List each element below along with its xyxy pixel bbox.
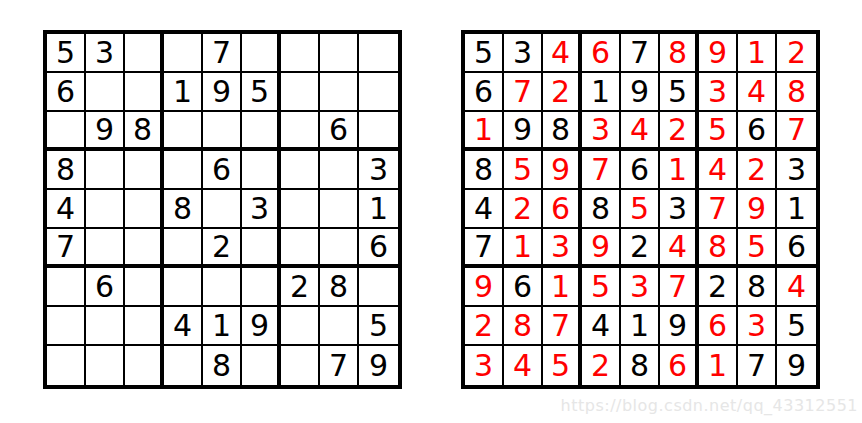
- cell-r8c7: [281, 307, 320, 346]
- cell-r5c6: 3: [242, 190, 281, 229]
- cell-r4c7: 4: [699, 151, 738, 190]
- cell-r3c1: [47, 112, 86, 151]
- cell-r5c7: 7: [699, 190, 738, 229]
- cell-r7c8: 8: [320, 268, 359, 307]
- cell-r8c1: [47, 307, 86, 346]
- cell-r8c4: 4: [582, 307, 621, 346]
- cell-r1c7: [281, 34, 320, 73]
- cell-r1c9: 2: [777, 34, 816, 73]
- cell-r7c5: 3: [621, 268, 660, 307]
- cell-r4c2: 5: [504, 151, 543, 190]
- cell-r4c6: 1: [660, 151, 699, 190]
- cell-r2c7: 3: [699, 73, 738, 112]
- cell-r5c1: 4: [465, 190, 504, 229]
- cell-r3c2: 9: [504, 112, 543, 151]
- cell-r2c6: 5: [660, 73, 699, 112]
- cell-r6c9: 6: [359, 229, 398, 268]
- cell-r6c4: [164, 229, 203, 268]
- cell-r5c8: [320, 190, 359, 229]
- cell-r2c3: 2: [543, 73, 582, 112]
- cell-r1c6: [242, 34, 281, 73]
- cell-r8c6: 9: [660, 307, 699, 346]
- cell-r6c8: [320, 229, 359, 268]
- cell-r5c7: [281, 190, 320, 229]
- cell-r8c9: 5: [359, 307, 398, 346]
- cell-r1c3: [125, 34, 164, 73]
- cell-r4c5: 6: [203, 151, 242, 190]
- cell-r8c5: 1: [621, 307, 660, 346]
- cell-r3c2: 9: [86, 112, 125, 151]
- cell-r5c9: 1: [777, 190, 816, 229]
- cell-r4c4: 7: [582, 151, 621, 190]
- cell-r3c3: 8: [125, 112, 164, 151]
- cell-r4c8: 2: [738, 151, 777, 190]
- cell-r4c3: 9: [543, 151, 582, 190]
- cell-r5c1: 4: [47, 190, 86, 229]
- cell-r8c3: [125, 307, 164, 346]
- cell-r9c4: [164, 346, 203, 385]
- cell-r8c9: 5: [777, 307, 816, 346]
- cell-r4c7: [281, 151, 320, 190]
- cell-r7c8: 8: [738, 268, 777, 307]
- cell-r6c2: [86, 229, 125, 268]
- cell-r1c4: 6: [582, 34, 621, 73]
- cell-r9c3: 5: [543, 346, 582, 385]
- cell-r7c7: 2: [699, 268, 738, 307]
- cell-r3c1: 1: [465, 112, 504, 151]
- cell-r1c4: [164, 34, 203, 73]
- cell-r2c5: 9: [203, 73, 242, 112]
- cell-r4c3: [125, 151, 164, 190]
- cell-r2c4: 1: [582, 73, 621, 112]
- cell-r8c2: 8: [504, 307, 543, 346]
- cell-r6c1: 7: [47, 229, 86, 268]
- cell-r8c4: 4: [164, 307, 203, 346]
- cell-r3c4: [164, 112, 203, 151]
- cell-r2c2: 7: [504, 73, 543, 112]
- puzzle-grid: 537619598686348317266284195879: [43, 30, 402, 389]
- cell-r9c3: [125, 346, 164, 385]
- cell-r6c5: 2: [621, 229, 660, 268]
- cell-r6c6: 4: [660, 229, 699, 268]
- cell-r2c2: [86, 73, 125, 112]
- cell-r2c8: 4: [738, 73, 777, 112]
- cell-r4c5: 6: [621, 151, 660, 190]
- cell-r1c2: 3: [504, 34, 543, 73]
- cell-r7c4: 5: [582, 268, 621, 307]
- cell-r7c6: [242, 268, 281, 307]
- cell-r3c8: 6: [738, 112, 777, 151]
- cell-r2c1: 6: [47, 73, 86, 112]
- cell-r4c1: 8: [47, 151, 86, 190]
- cell-r8c8: [320, 307, 359, 346]
- cell-r6c7: [281, 229, 320, 268]
- cell-r5c2: [86, 190, 125, 229]
- cell-r3c4: 3: [582, 112, 621, 151]
- cell-r3c9: 7: [777, 112, 816, 151]
- cell-r7c2: 6: [86, 268, 125, 307]
- cell-r9c4: 2: [582, 346, 621, 385]
- cell-r4c9: 3: [777, 151, 816, 190]
- cell-r8c6: 9: [242, 307, 281, 346]
- cell-r4c4: [164, 151, 203, 190]
- cell-r5c4: 8: [582, 190, 621, 229]
- cell-r7c2: 6: [504, 268, 543, 307]
- cell-r5c3: [125, 190, 164, 229]
- cell-r7c1: 9: [465, 268, 504, 307]
- cell-r2c3: [125, 73, 164, 112]
- cell-r6c9: 6: [777, 229, 816, 268]
- cell-r6c5: 2: [203, 229, 242, 268]
- cell-r2c5: 9: [621, 73, 660, 112]
- cell-r1c8: 1: [738, 34, 777, 73]
- cell-r7c1: [47, 268, 86, 307]
- cell-r9c8: 7: [320, 346, 359, 385]
- cell-r9c7: 1: [699, 346, 738, 385]
- cell-r1c2: 3: [86, 34, 125, 73]
- cell-r1c5: 7: [621, 34, 660, 73]
- cell-r7c9: [359, 268, 398, 307]
- cell-r1c1: 5: [465, 34, 504, 73]
- cell-r6c7: 8: [699, 229, 738, 268]
- cell-r8c1: 2: [465, 307, 504, 346]
- cell-r7c6: 7: [660, 268, 699, 307]
- cell-r4c2: [86, 151, 125, 190]
- cell-r7c3: [125, 268, 164, 307]
- cell-r9c8: 7: [738, 346, 777, 385]
- cell-r8c7: 6: [699, 307, 738, 346]
- cell-r2c6: 5: [242, 73, 281, 112]
- cell-r8c8: 3: [738, 307, 777, 346]
- cell-r4c6: [242, 151, 281, 190]
- cell-r6c3: [125, 229, 164, 268]
- cell-r9c1: [47, 346, 86, 385]
- cell-r1c3: 4: [543, 34, 582, 73]
- cell-r5c4: 8: [164, 190, 203, 229]
- cell-r9c7: [281, 346, 320, 385]
- cell-r8c3: 7: [543, 307, 582, 346]
- cell-r6c1: 7: [465, 229, 504, 268]
- cell-r2c8: [320, 73, 359, 112]
- cell-r1c1: 5: [47, 34, 86, 73]
- cell-r2c7: [281, 73, 320, 112]
- cell-r9c2: [86, 346, 125, 385]
- cell-r7c5: [203, 268, 242, 307]
- cell-r5c5: 5: [621, 190, 660, 229]
- cell-r9c6: 6: [660, 346, 699, 385]
- cell-r1c5: 7: [203, 34, 242, 73]
- cell-r1c6: 8: [660, 34, 699, 73]
- cell-r4c9: 3: [359, 151, 398, 190]
- cell-r3c9: [359, 112, 398, 151]
- cell-r3c5: [203, 112, 242, 151]
- cell-r6c4: 9: [582, 229, 621, 268]
- cell-r6c2: 1: [504, 229, 543, 268]
- cell-r8c5: 1: [203, 307, 242, 346]
- cell-r3c7: [281, 112, 320, 151]
- cell-r5c3: 6: [543, 190, 582, 229]
- cell-r9c9: 9: [777, 346, 816, 385]
- solution-grid: 5346789126721953481983425678597614234268…: [461, 30, 820, 389]
- cell-r9c6: [242, 346, 281, 385]
- cell-r6c6: [242, 229, 281, 268]
- cell-r2c9: [359, 73, 398, 112]
- cell-r5c5: [203, 190, 242, 229]
- cell-r3c8: 6: [320, 112, 359, 151]
- cell-r9c2: 4: [504, 346, 543, 385]
- cell-r5c6: 3: [660, 190, 699, 229]
- watermark: https://blog.csdn.net/qq_43312551: [561, 396, 858, 415]
- cell-r9c5: 8: [203, 346, 242, 385]
- cell-r6c3: 3: [543, 229, 582, 268]
- cell-r9c5: 8: [621, 346, 660, 385]
- cell-r6c8: 5: [738, 229, 777, 268]
- cell-r3c3: 8: [543, 112, 582, 151]
- cell-r4c8: [320, 151, 359, 190]
- cell-r9c9: 9: [359, 346, 398, 385]
- cell-r5c2: 2: [504, 190, 543, 229]
- cell-r3c6: [242, 112, 281, 151]
- cell-r7c3: 1: [543, 268, 582, 307]
- cell-r1c9: [359, 34, 398, 73]
- cell-r1c7: 9: [699, 34, 738, 73]
- cell-r3c7: 5: [699, 112, 738, 151]
- cell-r7c4: [164, 268, 203, 307]
- cell-r8c2: [86, 307, 125, 346]
- cell-r7c7: 2: [281, 268, 320, 307]
- sudoku-diagram: 537619598686348317266284195879 534678912…: [0, 0, 862, 423]
- cell-r1c8: [320, 34, 359, 73]
- cell-r3c6: 2: [660, 112, 699, 151]
- cell-r2c1: 6: [465, 73, 504, 112]
- cell-r9c1: 3: [465, 346, 504, 385]
- cell-r5c8: 9: [738, 190, 777, 229]
- cell-r3c5: 4: [621, 112, 660, 151]
- cell-r2c9: 8: [777, 73, 816, 112]
- cell-r4c1: 8: [465, 151, 504, 190]
- cell-r5c9: 1: [359, 190, 398, 229]
- cell-r2c4: 1: [164, 73, 203, 112]
- cell-r7c9: 4: [777, 268, 816, 307]
